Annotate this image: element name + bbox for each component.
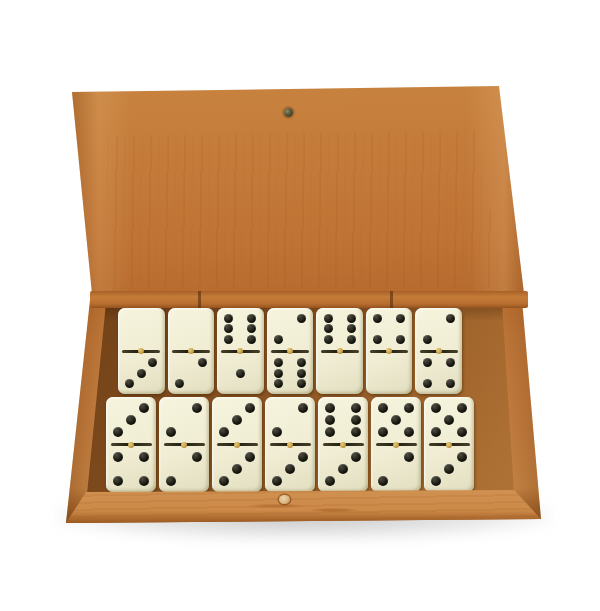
pip [232, 464, 242, 474]
divider-spinner [337, 348, 343, 354]
domino-tile[interactable] [217, 308, 264, 394]
pip [423, 379, 432, 388]
pip [297, 379, 306, 388]
tile-divider [376, 443, 417, 446]
pip [247, 314, 256, 323]
pip [325, 476, 335, 486]
divider-spinner [138, 348, 144, 354]
domino-half-2 [265, 397, 315, 443]
hinge [90, 291, 528, 308]
tile-divider [271, 350, 309, 353]
divider-spinner [340, 442, 346, 448]
divider-spinner [393, 442, 399, 448]
domino-tile[interactable] [371, 397, 421, 492]
pip [298, 403, 308, 413]
pip [297, 358, 306, 367]
pip [457, 403, 467, 413]
hinge-seam [198, 291, 201, 308]
pip [391, 415, 401, 425]
tile-divider [370, 350, 408, 353]
divider-spinner [181, 442, 187, 448]
divider-spinner [287, 348, 293, 354]
domino-row-bottom [106, 397, 474, 492]
divider-spinner [436, 348, 442, 354]
domino-tile[interactable] [212, 397, 262, 492]
pip [166, 427, 176, 437]
tile-divider [221, 350, 259, 353]
pip [298, 452, 308, 462]
domino-half-6 [267, 353, 314, 395]
domino-half-5 [424, 397, 474, 443]
pip [139, 452, 149, 462]
pip [351, 415, 361, 425]
tile-divider [164, 443, 205, 446]
divider-spinner [128, 442, 134, 448]
pip [137, 369, 146, 378]
domino-tile[interactable] [267, 308, 314, 394]
pip [166, 476, 176, 486]
domino-tile[interactable] [118, 308, 165, 394]
pip [444, 464, 454, 474]
domino-half-2 [267, 308, 314, 350]
pip [324, 314, 333, 323]
box-lid [66, 84, 532, 306]
domino-half-4 [415, 353, 462, 395]
pip [444, 415, 454, 425]
pip [347, 324, 356, 333]
pip [423, 335, 432, 344]
pip [219, 427, 229, 437]
pip [297, 369, 306, 378]
pip [274, 335, 283, 344]
divider-spinner [446, 442, 452, 448]
pip [446, 314, 455, 323]
pip [325, 415, 335, 425]
pip [247, 324, 256, 333]
pip [347, 314, 356, 323]
pip [139, 403, 149, 413]
domino-half-2 [415, 308, 462, 350]
pip [446, 379, 455, 388]
pip [378, 476, 388, 486]
domino-half-3 [106, 397, 156, 443]
domino-half-5 [371, 397, 421, 443]
divider-spinner [386, 348, 392, 354]
pip [423, 358, 432, 367]
domino-half-3 [424, 446, 474, 492]
domino-half-0 [118, 308, 165, 350]
domino-tile[interactable] [415, 308, 462, 394]
divider-spinner [237, 348, 243, 354]
pip [297, 314, 306, 323]
tile-divider [122, 350, 160, 353]
tile-divider [270, 443, 311, 446]
pip [347, 335, 356, 344]
pip [113, 476, 123, 486]
pip [224, 314, 233, 323]
pip [198, 358, 207, 367]
domino-tile[interactable] [366, 308, 413, 394]
domino-half-2 [159, 446, 209, 492]
domino-half-1 [217, 353, 264, 395]
pip [113, 427, 123, 437]
tile-divider [111, 443, 152, 446]
pip [404, 427, 414, 437]
screw-icon [284, 108, 293, 117]
domino-half-3 [318, 446, 368, 492]
pip [457, 427, 467, 437]
hinge-seam [390, 291, 393, 308]
pip [192, 452, 202, 462]
domino-half-6 [316, 308, 363, 350]
domino-half-3 [212, 446, 262, 492]
domino-half-4 [106, 446, 156, 492]
pip [325, 427, 335, 437]
domino-tile[interactable] [159, 397, 209, 492]
pip [404, 452, 414, 462]
pip [404, 403, 414, 413]
pip [351, 427, 361, 437]
pip [245, 452, 255, 462]
domino-half-3 [118, 353, 165, 395]
pip [219, 476, 229, 486]
divider-spinner [234, 442, 240, 448]
pip [378, 403, 388, 413]
pip [285, 464, 295, 474]
pip [431, 476, 441, 486]
pip [431, 403, 441, 413]
pip [396, 335, 405, 344]
domino-half-0 [366, 353, 413, 395]
pip [126, 415, 136, 425]
pip [324, 335, 333, 344]
pip [396, 314, 405, 323]
tile-divider [429, 443, 470, 446]
pip [431, 427, 441, 437]
pip [245, 403, 255, 413]
pip [148, 358, 157, 367]
domino-half-3 [212, 397, 262, 443]
tile-divider [321, 350, 359, 353]
domino-tile[interactable] [318, 397, 368, 492]
domino-tile[interactable] [106, 397, 156, 492]
pip [175, 379, 184, 388]
domino-half-3 [265, 446, 315, 492]
domino-tile[interactable] [265, 397, 315, 492]
pip [373, 314, 382, 323]
pip [247, 335, 256, 344]
pip [272, 476, 282, 486]
product-photo [0, 0, 600, 611]
tile-divider [172, 350, 210, 353]
divider-spinner [287, 442, 293, 448]
pip [274, 358, 283, 367]
pip [325, 403, 335, 413]
domino-half-6 [217, 308, 264, 350]
pip [125, 379, 134, 388]
domino-half-2 [371, 446, 421, 492]
tile-divider [217, 443, 258, 446]
pip [324, 324, 333, 333]
domino-half-2 [159, 397, 209, 443]
pip [338, 464, 348, 474]
pip [224, 324, 233, 333]
pip [274, 369, 283, 378]
domino-half-6 [318, 397, 368, 443]
pip [224, 335, 233, 344]
pip [378, 427, 388, 437]
pip [236, 369, 245, 378]
pip [232, 415, 242, 425]
pip [373, 335, 382, 344]
pip [272, 427, 282, 437]
domino-half-0 [168, 308, 215, 350]
domino-tile[interactable] [424, 397, 474, 492]
domino-tile[interactable] [168, 308, 215, 394]
pip [274, 379, 283, 388]
domino-tile[interactable] [316, 308, 363, 394]
pip [446, 358, 455, 367]
domino-row-top [118, 308, 462, 394]
tile-divider [323, 443, 364, 446]
pip [192, 403, 202, 413]
pip [351, 452, 361, 462]
domino-half-2 [168, 353, 215, 395]
pip [139, 476, 149, 486]
pip [113, 452, 123, 462]
domino-half-4 [366, 308, 413, 350]
pip [351, 403, 361, 413]
tile-divider [420, 350, 458, 353]
latch-pin-icon [279, 495, 290, 504]
pip [457, 452, 467, 462]
divider-spinner [188, 348, 194, 354]
domino-half-0 [316, 353, 363, 395]
